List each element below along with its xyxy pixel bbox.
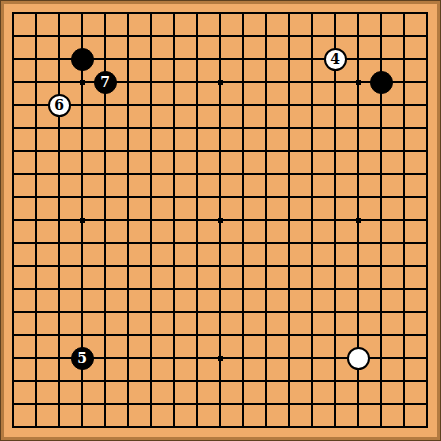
go-board-grid[interactable]: 7645 [12,12,428,428]
stone-white-P17[interactable]: 4 [324,48,347,71]
star-point-D16 [80,80,85,85]
star-point-Q16 [356,80,361,85]
stone-black-E16[interactable]: 7 [94,71,117,94]
star-point-Q10 [356,218,361,223]
star-point-K4 [218,356,223,361]
stone-black-R16[interactable] [370,71,393,94]
stone-black-D4[interactable]: 5 [71,347,94,370]
go-board[interactable]: 7645 [0,0,441,441]
stone-white-Q4[interactable] [347,347,370,370]
star-point-D10 [80,218,85,223]
star-point-K10 [218,218,223,223]
stone-black-D17[interactable] [71,48,94,71]
stone-white-C15[interactable]: 6 [48,94,71,117]
star-point-K16 [218,80,223,85]
